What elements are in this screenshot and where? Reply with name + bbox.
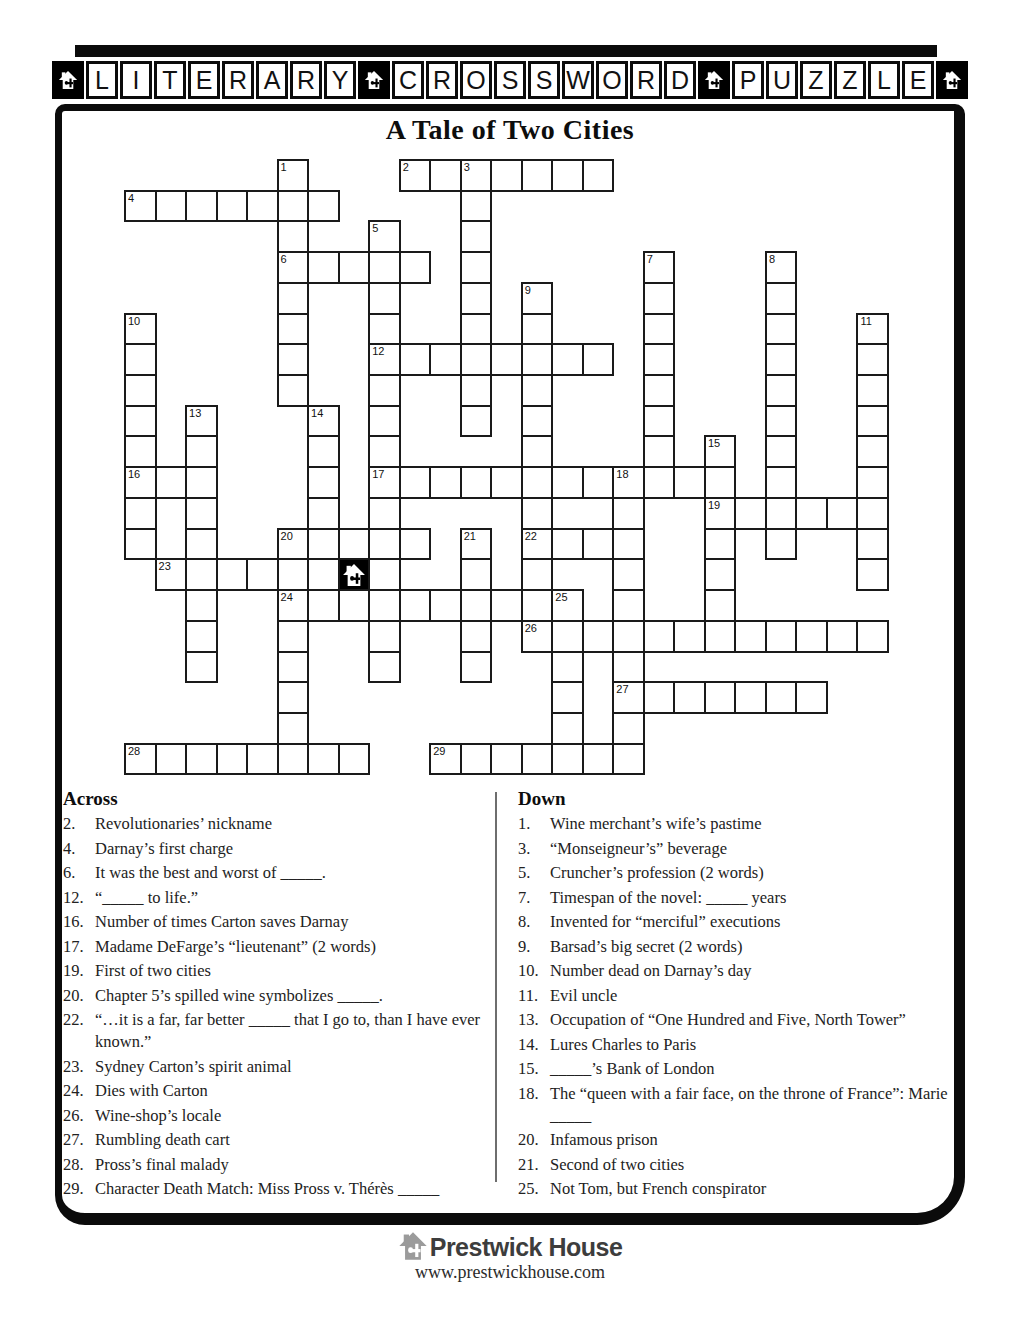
grid-cell <box>124 435 157 468</box>
clue-number-label: 16 <box>128 468 140 481</box>
grid-cell <box>490 159 523 192</box>
grid-cell <box>368 651 401 684</box>
clue-item: 27.Rumbling death cart <box>63 1129 487 1151</box>
grid-cell <box>673 466 706 499</box>
grid-cell <box>185 589 218 622</box>
clue-number-label: 27 <box>616 683 628 696</box>
across-heading: Across <box>63 788 118 810</box>
grid-cell <box>155 743 188 776</box>
clue-number: 3. <box>518 838 550 860</box>
grid-cell <box>460 220 493 253</box>
clue-number: 2. <box>63 813 95 835</box>
clue-number-label: 17 <box>372 468 384 481</box>
clue-item: 29.Character Death Match: Miss Pross v. … <box>63 1178 487 1200</box>
grid-cell <box>765 497 798 530</box>
banner-letter-box: O <box>460 61 492 99</box>
grid-cell <box>307 589 340 622</box>
clue-number: 26. <box>63 1105 95 1127</box>
clue-number: 17. <box>63 936 95 958</box>
grid-cell <box>490 589 523 622</box>
prestwick-house-icon <box>942 67 962 93</box>
clue-item: 18.The “queen with a fair face, on the t… <box>518 1083 956 1127</box>
grid-cell <box>460 374 493 407</box>
clue-item: 16.Number of times Carton saves Darnay <box>63 911 487 933</box>
clue-text: First of two cities <box>95 960 487 982</box>
grid-cell <box>185 435 218 468</box>
clue-number: 23. <box>63 1056 95 1078</box>
grid-cell <box>368 528 401 561</box>
clue-number: 11. <box>518 985 550 1007</box>
grid-cell <box>582 343 615 376</box>
grid-cell <box>277 558 310 591</box>
banner-letter-box: W <box>562 61 594 99</box>
clue-text: Character Death Match: Miss Pross v. Thé… <box>95 1178 487 1200</box>
grid-cell <box>277 374 310 407</box>
grid-cell <box>277 190 310 223</box>
grid-cell <box>460 190 493 223</box>
banner-house-icon <box>698 61 730 99</box>
grid-cell <box>856 466 889 499</box>
clue-text: Lures Charles to Paris <box>550 1034 956 1056</box>
grid-cell <box>185 190 218 223</box>
clue-number: 25. <box>518 1178 550 1200</box>
grid-cell <box>124 497 157 530</box>
grid-cell <box>368 405 401 438</box>
grid-cell <box>643 405 676 438</box>
grid-cell: 2 <box>399 159 432 192</box>
grid-cell <box>490 466 523 499</box>
grid-cell <box>246 190 279 223</box>
down-heading: Down <box>518 788 566 810</box>
clue-item: 22.“…it is a far, far better _____ that … <box>63 1009 487 1053</box>
grid-cell <box>124 528 157 561</box>
grid-cell <box>368 251 401 284</box>
grid-cell <box>643 620 676 653</box>
grid-cell <box>155 190 188 223</box>
grid-cell <box>643 282 676 315</box>
grid-cell <box>704 620 737 653</box>
grid-cell <box>582 620 615 653</box>
grid-cell <box>277 313 310 346</box>
grid-cell: 11 <box>856 313 889 346</box>
grid-cell: 3 <box>460 159 493 192</box>
clue-number-label: 3 <box>464 161 470 174</box>
grid-cell <box>856 374 889 407</box>
grid-cell <box>856 620 889 653</box>
grid-cell <box>307 190 340 223</box>
clue-item: 7.Timespan of the novel: _____ years <box>518 887 956 909</box>
grid-cell <box>460 282 493 315</box>
clue-item: 3.“Monseigneur’s” beverage <box>518 838 956 860</box>
banner-letter-box: P <box>732 61 764 99</box>
grid-cell <box>734 620 767 653</box>
clue-number-label: 10 <box>128 315 140 328</box>
grid-cell <box>612 743 645 776</box>
grid-cell <box>277 712 310 745</box>
grid-cell <box>551 620 584 653</box>
grid-cell <box>551 528 584 561</box>
grid-cell: 12 <box>368 343 401 376</box>
clue-item: 26.Wine-shop’s locale <box>63 1105 487 1127</box>
grid-cell <box>277 282 310 315</box>
clue-item: 20.Infamous prison <box>518 1129 956 1151</box>
clue-number: 16. <box>63 911 95 933</box>
literary-crossword-puzzle-banner: LITERARYCROSSWORDPUZZLE <box>52 61 968 99</box>
grid-cell <box>521 159 554 192</box>
clue-number-label: 23 <box>159 560 171 573</box>
clue-number: 20. <box>63 985 95 1007</box>
clue-text: Occupation of “One Hundred and Five, Nor… <box>550 1009 956 1031</box>
footer-brand-row: Prestwick House <box>0 1233 1020 1262</box>
clue-number-label: 24 <box>281 591 293 604</box>
grid-cell <box>551 159 584 192</box>
grid-cell <box>429 589 462 622</box>
grid-cell <box>368 620 401 653</box>
clue-text: Invented for “merciful” executions <box>550 911 956 933</box>
grid-cell <box>521 313 554 346</box>
grid-cell <box>460 466 493 499</box>
clue-text: Infamous prison <box>550 1129 956 1151</box>
clue-number-label: 14 <box>311 407 323 420</box>
grid-cell <box>124 374 157 407</box>
grid-cell <box>368 435 401 468</box>
grid-cell: 26 <box>521 620 554 653</box>
clue-number: 8. <box>518 911 550 933</box>
grid-cell <box>307 743 340 776</box>
clue-number: 20. <box>518 1129 550 1151</box>
grid-cell <box>490 343 523 376</box>
clue-number-label: 19 <box>708 499 720 512</box>
clue-number: 15. <box>518 1058 550 1080</box>
worksheet-page: LITERARYCROSSWORDPUZZLE A Tale of Two Ci… <box>0 0 1020 1320</box>
clue-text: The “queen with a fair face, on the thro… <box>550 1083 956 1127</box>
banner-letter-box: L <box>86 61 118 99</box>
clue-text: It was the best and worst of _____. <box>95 862 487 884</box>
grid-cell: 24 <box>277 589 310 622</box>
prestwick-house-icon <box>364 67 384 93</box>
banner-house-icon <box>936 61 968 99</box>
prestwick-house-icon <box>342 563 366 587</box>
banner-letter-box: R <box>630 61 662 99</box>
clue-number-label: 9 <box>525 284 531 297</box>
clue-text: _____’s Bank of London <box>550 1058 956 1080</box>
grid-cell <box>246 743 279 776</box>
clue-number: 9. <box>518 936 550 958</box>
grid-cell: 1 <box>277 159 310 192</box>
grid-cell <box>277 681 310 714</box>
banner-letter-box: Z <box>800 61 832 99</box>
clue-item: 12.“_____ to life.” <box>63 887 487 909</box>
clue-text: Barsad’s big secret (2 words) <box>550 936 956 958</box>
grid-cell <box>551 681 584 714</box>
grid-cell <box>643 343 676 376</box>
grid-cell: 28 <box>124 743 157 776</box>
banner-letter-box: C <box>392 61 424 99</box>
grid-cell <box>124 343 157 376</box>
grid-cell <box>856 497 889 530</box>
clue-number: 4. <box>63 838 95 860</box>
clue-column-divider <box>495 792 497 1182</box>
grid-cell <box>368 282 401 315</box>
clue-number-label: 25 <box>555 591 567 604</box>
grid-cell: 29 <box>429 743 462 776</box>
clue-text: Madame DeFarge’s “lieutenant” (2 words) <box>95 936 487 958</box>
grid-cell <box>551 343 584 376</box>
banner-letter-box: Z <box>834 61 866 99</box>
clue-text: Wine-shop’s locale <box>95 1105 487 1127</box>
clue-text: Chapter 5’s spilled wine symbolizes ____… <box>95 985 487 1007</box>
clue-item: 10.Number dead on Darnay’s day <box>518 960 956 982</box>
grid-cell <box>338 251 371 284</box>
grid-cell <box>460 651 493 684</box>
grid-cell: 18 <box>612 466 645 499</box>
grid-logo-cell <box>338 558 371 591</box>
banner-letter-box: R <box>222 61 254 99</box>
clue-number-label: 8 <box>769 253 775 266</box>
grid-cell <box>460 743 493 776</box>
grid-cell <box>185 466 218 499</box>
grid-cell <box>643 374 676 407</box>
grid-cell: 10 <box>124 313 157 346</box>
grid-cell <box>368 497 401 530</box>
clue-text: Number of times Carton saves Darnay <box>95 911 487 933</box>
banner-letter-box: E <box>902 61 934 99</box>
clue-number: 13. <box>518 1009 550 1031</box>
grid-cell <box>277 743 310 776</box>
grid-cell <box>795 620 828 653</box>
grid-cell <box>521 466 554 499</box>
clue-item: 20.Chapter 5’s spilled wine symbolizes _… <box>63 985 487 1007</box>
clue-item: 19.First of two cities <box>63 960 487 982</box>
grid-cell <box>368 374 401 407</box>
grid-cell <box>307 497 340 530</box>
clue-number-label: 29 <box>433 745 445 758</box>
clue-number-label: 28 <box>128 745 140 758</box>
grid-cell <box>521 558 554 591</box>
grid-cell <box>826 620 859 653</box>
down-clue-list: 1.Wine merchant’s wife’s pastime3.“Monse… <box>518 813 956 1203</box>
clue-number: 22. <box>63 1009 95 1053</box>
grid-cell <box>734 497 767 530</box>
grid-cell <box>612 651 645 684</box>
clue-text: Rumbling death cart <box>95 1129 487 1151</box>
grid-cell <box>856 558 889 591</box>
grid-cell <box>582 159 615 192</box>
clue-number-label: 20 <box>281 530 293 543</box>
grid-cell <box>185 651 218 684</box>
clue-number: 5. <box>518 862 550 884</box>
clue-number-label: 26 <box>525 622 537 635</box>
grid-cell <box>185 528 218 561</box>
grid-cell <box>307 528 340 561</box>
crossword-grid: 1234567891011121314151617181920212223242… <box>124 159 888 774</box>
clue-number: 29. <box>63 1178 95 1200</box>
grid-cell <box>521 589 554 622</box>
grid-cell <box>765 405 798 438</box>
grid-cell <box>765 343 798 376</box>
clue-item: 14.Lures Charles to Paris <box>518 1034 956 1056</box>
grid-cell <box>307 558 340 591</box>
grid-cell <box>795 497 828 530</box>
grid-cell <box>460 313 493 346</box>
clue-number-label: 12 <box>372 345 384 358</box>
clue-text: “_____ to life.” <box>95 887 487 909</box>
grid-cell: 14 <box>307 405 340 438</box>
grid-cell <box>765 374 798 407</box>
clue-number: 18. <box>518 1083 550 1127</box>
clue-item: 1.Wine merchant’s wife’s pastime <box>518 813 956 835</box>
across-clue-list: 2.Revolutionaries’ nickname4.Darnay’s fi… <box>63 813 487 1203</box>
grid-cell <box>765 528 798 561</box>
grid-cell <box>185 620 218 653</box>
banner-letter-box: R <box>426 61 458 99</box>
clue-item: 2.Revolutionaries’ nickname <box>63 813 487 835</box>
clue-number: 10. <box>518 960 550 982</box>
grid-cell <box>643 313 676 346</box>
grid-cell: 16 <box>124 466 157 499</box>
grid-cell: 6 <box>277 251 310 284</box>
grid-cell <box>826 497 859 530</box>
grid-cell <box>582 528 615 561</box>
grid-cell <box>765 620 798 653</box>
grid-cell <box>856 528 889 561</box>
clue-number-label: 5 <box>372 222 378 235</box>
grid-cell <box>185 497 218 530</box>
grid-cell <box>429 159 462 192</box>
grid-cell <box>307 435 340 468</box>
banner-letter-box: S <box>494 61 526 99</box>
banner-letter-box: Y <box>324 61 356 99</box>
grid-cell <box>765 435 798 468</box>
grid-cell <box>490 743 523 776</box>
grid-cell <box>704 589 737 622</box>
grid-cell <box>460 558 493 591</box>
clue-number: 28. <box>63 1154 95 1176</box>
grid-cell <box>338 589 371 622</box>
clue-text: Darnay’s first charge <box>95 838 487 860</box>
clue-number-label: 22 <box>525 530 537 543</box>
clue-text: Cruncher’s profession (2 words) <box>550 862 956 884</box>
clue-text: Not Tom, but French conspirator <box>550 1178 956 1200</box>
grid-cell <box>460 589 493 622</box>
grid-cell: 7 <box>643 251 676 284</box>
prestwick-house-icon <box>398 1231 428 1261</box>
grid-cell <box>643 466 676 499</box>
grid-cell <box>521 405 554 438</box>
grid-cell: 5 <box>368 220 401 253</box>
grid-cell <box>612 558 645 591</box>
clue-text: Second of two cities <box>550 1154 956 1176</box>
clue-item: 21.Second of two cities <box>518 1154 956 1176</box>
grid-cell <box>765 313 798 346</box>
grid-cell <box>612 712 645 745</box>
grid-cell <box>765 681 798 714</box>
grid-cell: 9 <box>521 282 554 315</box>
grid-cell <box>582 743 615 776</box>
clue-number-label: 18 <box>616 468 628 481</box>
clue-number-label: 11 <box>860 315 871 328</box>
banner-letter-box: A <box>256 61 288 99</box>
grid-cell: 27 <box>612 681 645 714</box>
clue-item: 4.Darnay’s first charge <box>63 838 487 860</box>
clue-item: 9.Barsad’s big secret (2 words) <box>518 936 956 958</box>
top-rule-bar <box>75 45 937 57</box>
grid-cell <box>734 681 767 714</box>
clue-text: Dies with Carton <box>95 1080 487 1102</box>
grid-cell: 22 <box>521 528 554 561</box>
grid-cell: 15 <box>704 435 737 468</box>
clue-item: 24.Dies with Carton <box>63 1080 487 1102</box>
grid-cell <box>307 466 340 499</box>
grid-cell <box>399 528 432 561</box>
grid-cell <box>185 558 218 591</box>
grid-cell <box>612 528 645 561</box>
grid-cell <box>338 528 371 561</box>
grid-cell <box>765 466 798 499</box>
grid-cell <box>216 558 249 591</box>
grid-cell: 8 <box>765 251 798 284</box>
grid-cell <box>704 466 737 499</box>
grid-cell <box>368 589 401 622</box>
banner-letter-box: D <box>664 61 696 99</box>
clue-number: 24. <box>63 1080 95 1102</box>
grid-cell <box>216 190 249 223</box>
grid-cell <box>338 743 371 776</box>
clue-number: 7. <box>518 887 550 909</box>
grid-cell <box>460 620 493 653</box>
clue-item: 11.Evil uncle <box>518 985 956 1007</box>
grid-cell <box>704 528 737 561</box>
banner-letter-box: L <box>868 61 900 99</box>
grid-cell: 19 <box>704 497 737 530</box>
banner-letter-box: S <box>528 61 560 99</box>
grid-cell <box>399 343 432 376</box>
grid-cell: 21 <box>460 528 493 561</box>
clue-number-label: 21 <box>464 530 476 543</box>
grid-cell: 23 <box>155 558 188 591</box>
clue-item: 25.Not Tom, but French conspirator <box>518 1178 956 1200</box>
footer-url: www.prestwickhouse.com <box>0 1262 1020 1283</box>
grid-cell <box>521 435 554 468</box>
grid-cell <box>155 466 188 499</box>
grid-cell <box>216 743 249 776</box>
banner-letter-box: R <box>290 61 322 99</box>
page-title: A Tale of Two Cities <box>55 114 965 146</box>
grid-cell <box>612 497 645 530</box>
banner-letter-box: O <box>596 61 628 99</box>
clue-number-label: 4 <box>128 192 134 205</box>
grid-cell <box>277 343 310 376</box>
clue-number-label: 6 <box>281 253 287 266</box>
grid-cell <box>460 405 493 438</box>
clue-text: Sydney Carton’s spirit animal <box>95 1056 487 1078</box>
banner-house-icon <box>358 61 390 99</box>
banner-letter-box: T <box>154 61 186 99</box>
grid-cell <box>521 743 554 776</box>
clue-number: 27. <box>63 1129 95 1151</box>
grid-cell <box>429 466 462 499</box>
clue-number-label: 1 <box>281 161 287 174</box>
clue-item: 28.Pross’s final malady <box>63 1154 487 1176</box>
clue-text: Evil uncle <box>550 985 956 1007</box>
grid-cell <box>307 251 340 284</box>
clue-text: Pross’s final malady <box>95 1154 487 1176</box>
grid-cell <box>856 405 889 438</box>
clue-item: 17.Madame DeFarge’s “lieutenant” (2 word… <box>63 936 487 958</box>
clue-item: 5.Cruncher’s profession (2 words) <box>518 862 956 884</box>
grid-cell <box>856 435 889 468</box>
clue-item: 23.Sydney Carton’s spirit animal <box>63 1056 487 1078</box>
